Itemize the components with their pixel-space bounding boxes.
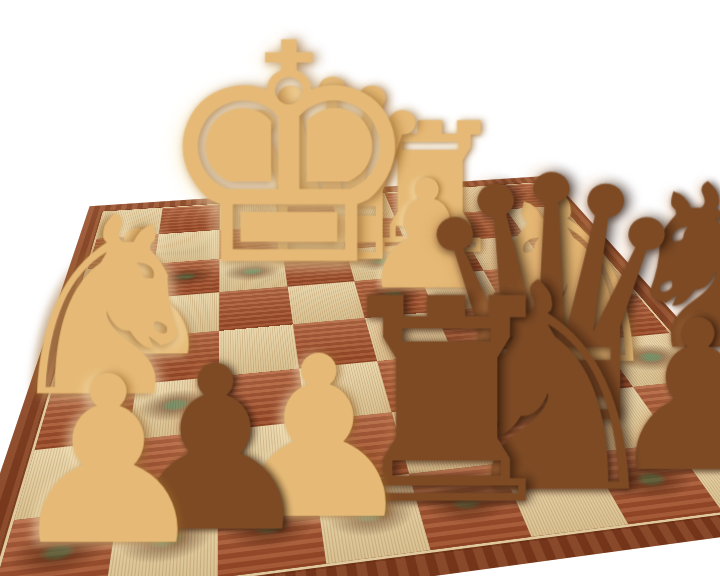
board-squares: ♚♛♜♟♟♞♞♞♛♟♟♟♜♞♟: [0, 183, 720, 576]
piece-white-pawn: ♟: [5, 347, 111, 576]
chess-board: ♚♛♜♟♟♞♞♞♛♟♟♟♜♞♟: [0, 176, 720, 576]
board-square: ♟: [0, 508, 118, 576]
board-photo-scene: ♚♛♜♟♟♞♞♞♛♟♟♟♜♞♟: [0, 0, 720, 576]
